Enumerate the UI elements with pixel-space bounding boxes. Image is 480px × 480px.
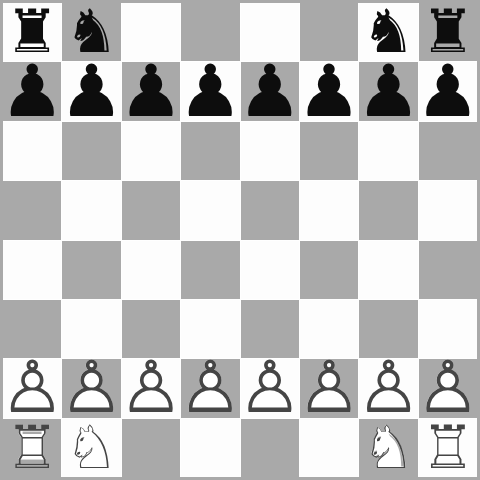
white-rook-outline-glyph: ♖ — [419, 418, 477, 476]
square-c6[interactable] — [122, 122, 180, 180]
black-pawn[interactable]: ♟ — [419, 62, 477, 120]
black-pawn[interactable]: ♟ — [241, 62, 299, 120]
square-f1[interactable] — [300, 419, 358, 477]
square-d2[interactable]: ♟♙ — [181, 359, 239, 417]
white-pawn-outline-glyph: ♙ — [181, 358, 239, 416]
square-c2[interactable]: ♟♙ — [122, 359, 180, 417]
white-pawn-outline-glyph: ♙ — [62, 358, 120, 416]
square-g4[interactable] — [359, 241, 417, 299]
square-h4[interactable] — [419, 241, 477, 299]
white-pawn[interactable]: ♟♙ — [181, 359, 239, 417]
square-d1[interactable] — [181, 419, 239, 477]
square-e6[interactable] — [241, 122, 299, 180]
square-g6[interactable] — [359, 122, 417, 180]
square-c1[interactable] — [122, 419, 180, 477]
square-a4[interactable] — [3, 241, 61, 299]
square-b5[interactable] — [62, 181, 120, 239]
square-d5[interactable] — [181, 181, 239, 239]
square-f7[interactable]: ♟ — [300, 62, 358, 120]
black-pawn[interactable]: ♟ — [3, 62, 61, 120]
square-h7[interactable]: ♟ — [419, 62, 477, 120]
white-pawn-outline-glyph: ♙ — [300, 358, 358, 416]
square-c5[interactable] — [122, 181, 180, 239]
square-b6[interactable] — [62, 122, 120, 180]
square-f2[interactable]: ♟♙ — [300, 359, 358, 417]
square-a7[interactable]: ♟ — [3, 62, 61, 120]
square-b7[interactable]: ♟ — [62, 62, 120, 120]
black-pawn[interactable]: ♟ — [122, 62, 180, 120]
square-h2[interactable]: ♟♙ — [419, 359, 477, 417]
white-knight[interactable]: ♞♘ — [62, 419, 120, 477]
square-g7[interactable]: ♟ — [359, 62, 417, 120]
black-pawn-glyph: ♟ — [3, 61, 61, 119]
white-knight[interactable]: ♞♘ — [359, 419, 417, 477]
white-rook[interactable]: ♜♖ — [3, 419, 61, 477]
square-e1[interactable] — [241, 419, 299, 477]
white-pawn-outline-glyph: ♙ — [241, 358, 299, 416]
white-pawn-outline-glyph: ♙ — [419, 358, 477, 416]
black-pawn-glyph: ♟ — [419, 61, 477, 119]
square-b2[interactable]: ♟♙ — [62, 359, 120, 417]
square-d6[interactable] — [181, 122, 239, 180]
square-a5[interactable] — [3, 181, 61, 239]
white-pawn[interactable]: ♟♙ — [62, 359, 120, 417]
white-pawn-outline-glyph: ♙ — [3, 358, 61, 416]
square-f6[interactable] — [300, 122, 358, 180]
black-pawn-glyph: ♟ — [62, 61, 120, 119]
white-knight-outline-glyph: ♘ — [62, 418, 120, 476]
square-h6[interactable] — [419, 122, 477, 180]
white-pawn[interactable]: ♟♙ — [300, 359, 358, 417]
black-pawn[interactable]: ♟ — [300, 62, 358, 120]
square-d4[interactable] — [181, 241, 239, 299]
square-e2[interactable]: ♟♙ — [241, 359, 299, 417]
square-a1[interactable]: ♜♖ — [3, 419, 61, 477]
white-knight-outline-glyph: ♘ — [359, 418, 417, 476]
white-pawn-outline-glyph: ♙ — [359, 358, 417, 416]
white-pawn[interactable]: ♟♙ — [122, 359, 180, 417]
square-a2[interactable]: ♟♙ — [3, 359, 61, 417]
square-d7[interactable]: ♟ — [181, 62, 239, 120]
square-b1[interactable]: ♞♘ — [62, 419, 120, 477]
black-pawn[interactable]: ♟ — [359, 62, 417, 120]
black-pawn-glyph: ♟ — [241, 61, 299, 119]
square-h1[interactable]: ♜♖ — [419, 419, 477, 477]
black-pawn[interactable]: ♟ — [62, 62, 120, 120]
black-pawn-glyph: ♟ — [300, 61, 358, 119]
square-g5[interactable] — [359, 181, 417, 239]
white-rook[interactable]: ♜♖ — [419, 419, 477, 477]
square-c7[interactable]: ♟ — [122, 62, 180, 120]
square-c4[interactable] — [122, 241, 180, 299]
chess-board: ♜♞♞♜♟♟♟♟♟♟♟♟♟♙♟♙♟♙♟♙♟♙♟♙♟♙♟♙♜♖♞♘♞♘♜♖ — [3, 3, 477, 477]
square-g1[interactable]: ♞♘ — [359, 419, 417, 477]
white-pawn[interactable]: ♟♙ — [3, 359, 61, 417]
white-pawn[interactable]: ♟♙ — [419, 359, 477, 417]
white-rook-outline-glyph: ♖ — [3, 418, 61, 476]
black-pawn-glyph: ♟ — [122, 61, 180, 119]
square-h5[interactable] — [419, 181, 477, 239]
black-pawn-glyph: ♟ — [359, 61, 417, 119]
square-f5[interactable] — [300, 181, 358, 239]
square-e5[interactable] — [241, 181, 299, 239]
white-pawn[interactable]: ♟♙ — [241, 359, 299, 417]
square-a6[interactable] — [3, 122, 61, 180]
board-frame: ♜♞♞♜♟♟♟♟♟♟♟♟♟♙♟♙♟♙♟♙♟♙♟♙♟♙♟♙♜♖♞♘♞♘♜♖ — [0, 0, 480, 480]
square-e4[interactable] — [241, 241, 299, 299]
square-e7[interactable]: ♟ — [241, 62, 299, 120]
white-pawn[interactable]: ♟♙ — [359, 359, 417, 417]
square-b4[interactable] — [62, 241, 120, 299]
black-pawn[interactable]: ♟ — [181, 62, 239, 120]
square-f4[interactable] — [300, 241, 358, 299]
black-pawn-glyph: ♟ — [181, 61, 239, 119]
square-g2[interactable]: ♟♙ — [359, 359, 417, 417]
white-pawn-outline-glyph: ♙ — [122, 358, 180, 416]
